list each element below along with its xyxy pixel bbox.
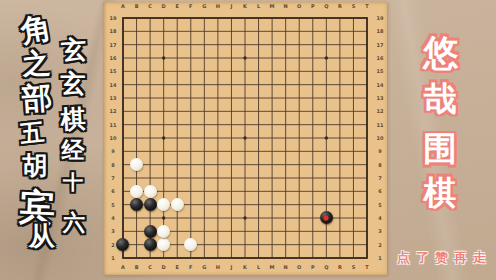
- white-stone-B8: [130, 158, 143, 171]
- caption-char-经: 经: [62, 135, 85, 166]
- coord-top-M: M: [270, 4, 275, 9]
- coord-top-D: D: [162, 4, 166, 9]
- coord-bottom-K: K: [243, 265, 247, 270]
- black-stone-C3: [144, 225, 157, 238]
- white-stone-D3: [157, 225, 170, 238]
- coord-bottom-Q: Q: [324, 265, 328, 270]
- coord-bottom-G: G: [202, 265, 206, 270]
- coord-top-G: G: [202, 4, 206, 9]
- coord-left-1: 1: [111, 255, 114, 260]
- coord-bottom-A: A: [121, 265, 125, 270]
- coord-top-N: N: [284, 4, 288, 9]
- coord-top-T: T: [365, 4, 368, 9]
- black-stone-C2: [144, 238, 157, 251]
- coord-left-7: 7: [111, 175, 114, 180]
- coord-bottom-H: H: [216, 265, 220, 270]
- go-board[interactable]: AABBCCDDEEFFGGHHJJKKLLMMNNOOPPQQRRSSTT19…: [103, 2, 387, 275]
- coord-bottom-L: L: [257, 265, 260, 270]
- coord-bottom-B: B: [135, 265, 139, 270]
- coord-right-12: 12: [377, 109, 384, 114]
- coord-left-2: 2: [111, 242, 114, 247]
- coord-right-13: 13: [377, 95, 384, 100]
- coord-right-17: 17: [377, 42, 384, 47]
- coord-top-P: P: [311, 4, 315, 9]
- coord-bottom-C: C: [148, 265, 152, 270]
- caption-char-五: 五: [18, 116, 45, 150]
- coord-right-15: 15: [377, 69, 384, 74]
- coord-top-Q: Q: [324, 4, 328, 9]
- black-stone-B5: [130, 198, 143, 211]
- coord-bottom-F: F: [189, 265, 192, 270]
- coord-top-R: R: [338, 4, 342, 9]
- coord-top-H: H: [216, 4, 220, 9]
- coord-top-E: E: [176, 4, 179, 9]
- white-stone-B6: [130, 185, 143, 198]
- coord-right-3: 3: [378, 229, 381, 234]
- coord-bottom-N: N: [284, 265, 288, 270]
- coord-left-6: 6: [111, 189, 114, 194]
- coord-right-11: 11: [377, 122, 384, 127]
- coord-top-J: J: [231, 4, 233, 9]
- coord-left-8: 8: [111, 162, 114, 167]
- coord-right-6: 6: [378, 189, 381, 194]
- coord-left-9: 9: [111, 149, 114, 154]
- coord-right-9: 9: [378, 149, 381, 154]
- caption-char-玄: 玄: [60, 33, 87, 68]
- coord-top-A: A: [121, 4, 125, 9]
- coord-top-L: L: [257, 4, 260, 9]
- caption-char-棋: 棋: [60, 102, 87, 136]
- coord-bottom-S: S: [352, 265, 356, 270]
- coord-right-2: 2: [378, 242, 381, 247]
- white-stone-C6: [144, 185, 157, 198]
- coord-top-B: B: [135, 4, 139, 9]
- like-prompt-text: 点了赞再走: [397, 249, 493, 267]
- coord-left-4: 4: [111, 215, 114, 220]
- white-stone-F2: [184, 238, 197, 251]
- black-stone-A2: [116, 238, 129, 251]
- caption-char-围: 围: [423, 126, 457, 172]
- coord-bottom-E: E: [176, 265, 179, 270]
- coord-right-16: 16: [377, 55, 384, 60]
- caption-char-从: 从: [29, 219, 55, 254]
- white-stone-D2: [157, 238, 170, 251]
- coord-bottom-M: M: [270, 265, 275, 270]
- coord-right-5: 5: [378, 202, 381, 207]
- black-stone-C5: [144, 198, 157, 211]
- coord-bottom-J: J: [231, 265, 233, 270]
- coord-bottom-R: R: [338, 265, 342, 270]
- coord-right-10: 10: [377, 135, 384, 140]
- caption-char-悠: 悠: [424, 30, 459, 77]
- coord-top-C: C: [148, 4, 152, 9]
- caption-char-六: 六: [63, 208, 85, 238]
- last-move-marker: [324, 215, 329, 220]
- coord-right-18: 18: [377, 29, 384, 34]
- coord-right-1: 1: [378, 255, 381, 260]
- coord-right-14: 14: [377, 82, 384, 87]
- coord-right-8: 8: [378, 162, 381, 167]
- coord-bottom-T: T: [365, 265, 368, 270]
- coord-right-19: 19: [377, 16, 384, 21]
- white-stone-D5: [157, 198, 170, 211]
- coord-bottom-O: O: [297, 265, 301, 270]
- white-stone-E5: [171, 198, 184, 211]
- caption-char-哉: 哉: [424, 77, 457, 122]
- coord-top-O: O: [297, 4, 301, 9]
- coord-bottom-P: P: [311, 265, 315, 270]
- coord-right-4: 4: [378, 215, 381, 220]
- coord-top-K: K: [243, 4, 247, 9]
- coord-top-S: S: [352, 4, 356, 9]
- caption-char-十: 十: [63, 169, 83, 196]
- caption-char-胡: 胡: [23, 149, 48, 182]
- paper-background: AABBCCDDEEFFGGHHJJKKLLMMNNOOPPQQRRSSTT19…: [0, 0, 496, 280]
- coord-left-3: 3: [111, 229, 114, 234]
- caption-char-玄: 玄: [61, 67, 86, 100]
- coord-right-7: 7: [378, 175, 381, 180]
- caption-char-部: 部: [21, 78, 54, 121]
- stones-grid: [116, 11, 374, 264]
- caption-char-棋: 棋: [424, 171, 457, 216]
- coord-top-F: F: [189, 4, 192, 9]
- black-stone-Q4: [320, 211, 333, 224]
- coord-left-5: 5: [111, 202, 114, 207]
- coord-bottom-D: D: [162, 265, 166, 270]
